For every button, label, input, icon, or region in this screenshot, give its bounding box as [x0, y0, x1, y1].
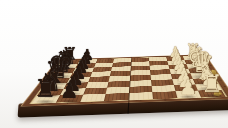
square-a3[interactable] — [152, 91, 177, 99]
file-label: F — [210, 65, 213, 66]
chess-set-photo: 87654321HHGGFFEEDDCCBBAA ♜♟♟♜♞♟♟♞♝♟♟♝♚♟♟… — [0, 0, 228, 128]
clasp-pin-icon — [215, 72, 218, 74]
rank-label: 5 — [115, 101, 118, 102]
square-a6[interactable] — [80, 94, 106, 102]
file-label: C — [37, 86, 41, 87]
rank-label: 2 — [188, 99, 191, 100]
file-label: A — [227, 92, 228, 93]
file-label: G — [206, 61, 209, 62]
file-label: H — [56, 62, 59, 63]
file-label: D — [215, 75, 219, 76]
file-label: F — [49, 71, 52, 72]
square-a5[interactable] — [104, 93, 129, 101]
file-label: H — [204, 57, 207, 58]
square-a2[interactable] — [175, 91, 201, 99]
file-label: E — [45, 76, 48, 77]
rank-label: 7 — [65, 103, 69, 104]
rank-label: 8 — [41, 104, 45, 106]
chess-board: 87654321HHGGFFEEDDCCBBAA — [20, 54, 228, 106]
clasp-pin-icon — [219, 92, 222, 94]
file-label: G — [52, 66, 55, 67]
brass-clasp-icon — [214, 90, 221, 97]
file-label: A — [26, 99, 30, 100]
file-label: B — [32, 93, 36, 94]
rank-label: 4 — [139, 100, 142, 101]
file-label: B — [223, 86, 227, 87]
rank-label: 1 — [212, 98, 216, 99]
file-label: C — [219, 80, 222, 81]
rank-label: 3 — [164, 100, 167, 101]
rank-label: 6 — [90, 102, 93, 103]
file-label: D — [41, 81, 45, 82]
perspective-scene: 87654321HHGGFFEEDDCCBBAA — [3, 0, 228, 128]
square-a4[interactable] — [128, 92, 152, 100]
